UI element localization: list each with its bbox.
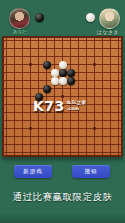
watermark-dot-com: .com xyxy=(67,106,87,112)
gomoku-app-screen: あなた はなさき K73 电玩之家 .com 新游戏 撤销 通过比赛赢取限定皮肤 xyxy=(0,0,125,223)
watermark-k73: K73 xyxy=(33,99,65,114)
black-stone xyxy=(43,85,51,93)
star-point xyxy=(93,63,95,65)
black-stone xyxy=(43,61,51,69)
white-stone xyxy=(59,77,67,85)
star-point xyxy=(29,127,31,129)
black-stone xyxy=(67,77,75,85)
right-player-white-stone-icon xyxy=(86,13,95,22)
new-game-button[interactable]: 新游戏 xyxy=(14,165,52,178)
right-player-name: はなさき xyxy=(94,29,122,35)
star-point xyxy=(93,127,95,129)
undo-button[interactable]: 撤销 xyxy=(72,165,110,178)
black-stone xyxy=(59,69,67,77)
promo-caption: 通过比赛赢取限定皮肤 xyxy=(0,191,125,202)
gomoku-board[interactable] xyxy=(2,36,123,157)
white-stone xyxy=(59,61,67,69)
left-player-avatar xyxy=(9,8,30,29)
right-player-avatar xyxy=(99,8,120,29)
star-point xyxy=(29,63,31,65)
white-stone xyxy=(51,77,59,85)
black-stone xyxy=(67,69,75,77)
left-player-black-stone-icon xyxy=(35,13,44,22)
left-player-name: あなた xyxy=(7,29,33,35)
watermark: K73 电玩之家 .com xyxy=(33,99,87,114)
white-stone xyxy=(51,69,59,77)
